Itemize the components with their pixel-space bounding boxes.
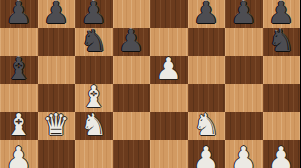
black-pawn[interactable]: ♟ [193,0,220,27]
black-pawn[interactable]: ♟ [43,0,70,27]
square-d5[interactable] [113,56,151,84]
square-h3[interactable] [263,112,301,140]
black-knight[interactable]: ♞ [80,27,107,55]
white-pawn[interactable]: ♟ [155,55,182,83]
square-b7[interactable]: ♟ [38,0,76,28]
white-knight[interactable]: ♞ [80,111,107,139]
black-bishop[interactable]: ♝ [5,55,32,83]
chess-board: ♟♟♟♟♟♟♞♟♞♝♟♝♝♛♞♞♟♟♟♟ [0,0,300,168]
square-d6[interactable]: ♟ [113,28,151,56]
square-g4[interactable] [225,84,263,112]
white-pawn[interactable]: ♟ [230,144,257,168]
black-knight[interactable]: ♞ [268,27,295,55]
square-g3[interactable] [225,112,263,140]
square-c2[interactable] [75,140,113,168]
square-f7[interactable]: ♟ [188,0,226,28]
square-b3[interactable]: ♛ [38,112,76,140]
square-g6[interactable] [225,28,263,56]
square-b6[interactable] [38,28,76,56]
square-g5[interactable] [225,56,263,84]
white-knight[interactable]: ♞ [193,111,220,139]
square-b5[interactable] [38,56,76,84]
square-e3[interactable] [150,112,188,140]
square-d2[interactable] [113,140,151,168]
square-a5[interactable]: ♝ [0,56,38,84]
square-e7[interactable] [150,0,188,28]
square-f6[interactable] [188,28,226,56]
black-pawn[interactable]: ♟ [5,0,32,27]
square-g2[interactable]: ♟ [225,140,263,168]
square-e2[interactable] [150,140,188,168]
square-b2[interactable] [38,140,76,168]
square-h2[interactable]: ♟ [263,140,301,168]
square-a3[interactable]: ♝ [0,112,38,140]
square-c3[interactable]: ♞ [75,112,113,140]
square-h5[interactable] [263,56,301,84]
square-d4[interactable] [113,84,151,112]
square-g7[interactable]: ♟ [225,0,263,28]
square-a7[interactable]: ♟ [0,0,38,28]
white-pawn[interactable]: ♟ [5,144,32,168]
square-d3[interactable] [113,112,151,140]
black-pawn[interactable]: ♟ [230,0,257,27]
square-f5[interactable] [188,56,226,84]
square-h4[interactable] [263,84,301,112]
square-f2[interactable]: ♟ [188,140,226,168]
square-e5[interactable]: ♟ [150,56,188,84]
square-f3[interactable]: ♞ [188,112,226,140]
black-pawn[interactable]: ♟ [118,27,145,55]
white-pawn[interactable]: ♟ [268,144,295,168]
square-a2[interactable]: ♟ [0,140,38,168]
square-c6[interactable]: ♞ [75,28,113,56]
square-e4[interactable] [150,84,188,112]
white-bishop[interactable]: ♝ [5,111,32,139]
square-h6[interactable]: ♞ [263,28,301,56]
white-pawn[interactable]: ♟ [193,144,220,168]
white-queen[interactable]: ♛ [43,111,70,139]
